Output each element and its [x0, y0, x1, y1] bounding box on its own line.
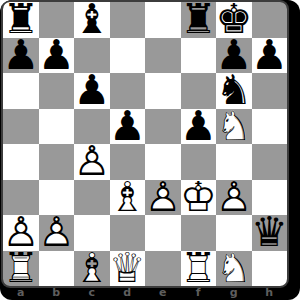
- file-label-h: h: [252, 286, 288, 300]
- piece-fill-layer: ♟: [39, 215, 75, 251]
- piece-glyph: ♟: [216, 38, 252, 74]
- file-labels: abcdefgh: [3, 286, 287, 300]
- square-e6[interactable]: [145, 73, 181, 109]
- square-a6[interactable]: [3, 73, 39, 109]
- piece-fill-layer: ♟: [145, 180, 181, 216]
- square-h2[interactable]: ♛: [252, 215, 288, 251]
- piece-black-pawn: ♟: [74, 73, 110, 109]
- piece-white-rook: ♜♖: [181, 251, 217, 287]
- square-h1[interactable]: [252, 251, 288, 287]
- piece-white-pawn: ♟♙: [39, 215, 75, 251]
- piece-black-pawn: ♟: [181, 109, 217, 145]
- square-h6[interactable]: [252, 73, 288, 109]
- piece-black-pawn: ♟: [3, 38, 39, 74]
- square-g5[interactable]: ♞♘: [216, 109, 252, 145]
- square-b5[interactable]: [39, 109, 75, 145]
- piece-glyph: ♟: [74, 73, 110, 109]
- square-a3[interactable]: [3, 180, 39, 216]
- square-e3[interactable]: ♟♙: [145, 180, 181, 216]
- square-g3[interactable]: ♟♙: [216, 180, 252, 216]
- square-f4[interactable]: [181, 144, 217, 180]
- square-d2[interactable]: [110, 215, 146, 251]
- square-d4[interactable]: [110, 144, 146, 180]
- piece-white-pawn: ♟♙: [74, 144, 110, 180]
- piece-fill-layer: ♝: [74, 251, 110, 287]
- piece-glyph: ♟: [181, 109, 217, 145]
- square-e7[interactable]: [145, 38, 181, 74]
- square-e8[interactable]: [145, 2, 181, 38]
- piece-fill-layer: ♚: [181, 180, 217, 216]
- square-a1[interactable]: ♜♖: [3, 251, 39, 287]
- file-label-c: c: [74, 286, 110, 300]
- piece-outline-layer: ♗: [74, 251, 110, 287]
- piece-fill-layer: ♜: [181, 251, 217, 287]
- piece-outline-layer: ♔: [181, 180, 217, 216]
- piece-black-pawn: ♟: [216, 38, 252, 74]
- piece-black-pawn: ♟: [39, 38, 75, 74]
- square-b6[interactable]: [39, 73, 75, 109]
- square-d8[interactable]: [110, 2, 146, 38]
- square-a8[interactable]: ♜: [3, 2, 39, 38]
- square-e5[interactable]: [145, 109, 181, 145]
- piece-glyph: ♜: [3, 2, 39, 38]
- square-f3[interactable]: ♚♔: [181, 180, 217, 216]
- piece-black-rook: ♜: [181, 2, 217, 38]
- square-d1[interactable]: ♛♕: [110, 251, 146, 287]
- square-h8[interactable]: [252, 2, 288, 38]
- square-b3[interactable]: [39, 180, 75, 216]
- file-label-b: b: [39, 286, 75, 300]
- square-h4[interactable]: [252, 144, 288, 180]
- piece-white-knight: ♞♘: [216, 109, 252, 145]
- square-h3[interactable]: [252, 180, 288, 216]
- square-e4[interactable]: [145, 144, 181, 180]
- square-g6[interactable]: ♞: [216, 73, 252, 109]
- piece-fill-layer: ♟: [74, 144, 110, 180]
- square-c8[interactable]: ♝: [74, 2, 110, 38]
- chess-board: ♜♝♜♚♟♟♟♟♟♞♟♟♞♘♟♙♝♗♟♙♚♔♟♙♟♙♟♙♛♜♖♝♗♛♕♜♖♞♘: [3, 2, 287, 286]
- piece-black-knight: ♞: [216, 73, 252, 109]
- piece-glyph: ♜: [181, 2, 217, 38]
- piece-white-queen: ♛♕: [110, 251, 146, 287]
- piece-glyph: ♟: [110, 109, 146, 145]
- piece-white-pawn: ♟♙: [216, 180, 252, 216]
- square-f6[interactable]: [181, 73, 217, 109]
- piece-outline-layer: ♙: [216, 180, 252, 216]
- square-g2[interactable]: [216, 215, 252, 251]
- piece-white-rook: ♜♖: [3, 251, 39, 287]
- board-frame: ♜♝♜♚♟♟♟♟♟♞♟♟♞♘♟♙♝♗♟♙♚♔♟♙♟♙♟♙♛♜♖♝♗♛♕♜♖♞♘ …: [0, 0, 300, 300]
- square-c2[interactable]: [74, 215, 110, 251]
- square-e1[interactable]: [145, 251, 181, 287]
- square-g8[interactable]: ♚: [216, 2, 252, 38]
- piece-glyph: ♝: [74, 2, 110, 38]
- square-a7[interactable]: ♟: [3, 38, 39, 74]
- piece-white-pawn: ♟♙: [145, 180, 181, 216]
- piece-black-king: ♚: [216, 2, 252, 38]
- piece-outline-layer: ♘: [216, 109, 252, 145]
- square-b7[interactable]: ♟: [39, 38, 75, 74]
- piece-outline-layer: ♖: [181, 251, 217, 287]
- square-f2[interactable]: [181, 215, 217, 251]
- square-c6[interactable]: ♟: [74, 73, 110, 109]
- square-d3[interactable]: ♝♗: [110, 180, 146, 216]
- piece-black-pawn: ♟: [252, 38, 288, 74]
- piece-glyph: ♛: [252, 215, 288, 251]
- piece-glyph: ♟: [39, 38, 75, 74]
- square-d5[interactable]: ♟: [110, 109, 146, 145]
- piece-white-knight: ♞♘: [216, 251, 252, 287]
- square-f1[interactable]: ♜♖: [181, 251, 217, 287]
- piece-glyph: ♟: [252, 38, 288, 74]
- piece-fill-layer: ♝: [110, 180, 146, 216]
- square-b2[interactable]: ♟♙: [39, 215, 75, 251]
- square-c4[interactable]: ♟♙: [74, 144, 110, 180]
- square-g7[interactable]: ♟: [216, 38, 252, 74]
- square-g4[interactable]: [216, 144, 252, 180]
- piece-black-rook: ♜: [3, 2, 39, 38]
- piece-glyph: ♚: [216, 2, 252, 38]
- square-a5[interactable]: [3, 109, 39, 145]
- square-a2[interactable]: ♟♙: [3, 215, 39, 251]
- piece-black-pawn: ♟: [110, 109, 146, 145]
- square-c5[interactable]: [74, 109, 110, 145]
- square-c1[interactable]: ♝♗: [74, 251, 110, 287]
- file-label-a: a: [3, 286, 39, 300]
- piece-fill-layer: ♛: [110, 251, 146, 287]
- square-f8[interactable]: ♜: [181, 2, 217, 38]
- piece-glyph: ♟: [3, 38, 39, 74]
- square-c3[interactable]: [74, 180, 110, 216]
- square-b8[interactable]: [39, 2, 75, 38]
- square-f7[interactable]: [181, 38, 217, 74]
- square-d6[interactable]: [110, 73, 146, 109]
- piece-outline-layer: ♙: [145, 180, 181, 216]
- square-h5[interactable]: [252, 109, 288, 145]
- piece-fill-layer: ♞: [216, 251, 252, 287]
- square-e2[interactable]: [145, 215, 181, 251]
- piece-outline-layer: ♗: [110, 180, 146, 216]
- file-label-d: d: [110, 286, 146, 300]
- piece-white-bishop: ♝♗: [110, 180, 146, 216]
- square-a4[interactable]: [3, 144, 39, 180]
- piece-outline-layer: ♘: [216, 251, 252, 287]
- piece-fill-layer: ♟: [216, 180, 252, 216]
- piece-outline-layer: ♕: [110, 251, 146, 287]
- piece-white-king: ♚♔: [181, 180, 217, 216]
- piece-black-bishop: ♝: [74, 2, 110, 38]
- square-g1[interactable]: ♞♘: [216, 251, 252, 287]
- file-label-f: f: [181, 286, 217, 300]
- piece-outline-layer: ♖: [3, 251, 39, 287]
- piece-white-pawn: ♟♙: [3, 215, 39, 251]
- piece-fill-layer: ♟: [3, 215, 39, 251]
- piece-outline-layer: ♙: [39, 215, 75, 251]
- piece-outline-layer: ♙: [74, 144, 110, 180]
- file-label-e: e: [145, 286, 181, 300]
- piece-fill-layer: ♞: [216, 109, 252, 145]
- piece-white-bishop: ♝♗: [74, 251, 110, 287]
- piece-glyph: ♞: [216, 73, 252, 109]
- file-label-g: g: [216, 286, 252, 300]
- square-d7[interactable]: [110, 38, 146, 74]
- piece-fill-layer: ♜: [3, 251, 39, 287]
- square-f5[interactable]: ♟: [181, 109, 217, 145]
- piece-outline-layer: ♙: [3, 215, 39, 251]
- square-b4[interactable]: [39, 144, 75, 180]
- square-h7[interactable]: ♟: [252, 38, 288, 74]
- piece-black-queen: ♛: [252, 215, 288, 251]
- square-c7[interactable]: [74, 38, 110, 74]
- square-b1[interactable]: [39, 251, 75, 287]
